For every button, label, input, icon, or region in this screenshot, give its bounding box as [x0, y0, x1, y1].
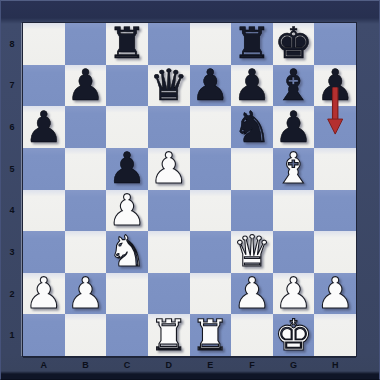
piece-black-pawn[interactable]: ♟ — [314, 65, 356, 107]
square-c1[interactable] — [106, 314, 148, 356]
piece-white-pawn[interactable]: ♟ — [23, 273, 65, 315]
square-g8[interactable]: ♚ — [273, 23, 315, 65]
square-c4[interactable]: ♟ — [106, 190, 148, 232]
square-h7[interactable]: ♟ — [314, 65, 356, 107]
piece-black-rook[interactable]: ♜ — [106, 23, 148, 65]
piece-black-pawn[interactable]: ♟ — [23, 106, 65, 148]
piece-black-bishop[interactable]: ♝ — [273, 65, 315, 107]
square-b7[interactable]: ♟ — [65, 65, 107, 107]
square-e7[interactable]: ♟ — [190, 65, 232, 107]
square-f7[interactable]: ♟ — [231, 65, 273, 107]
piece-black-rook[interactable]: ♜ — [231, 23, 273, 65]
square-h4[interactable] — [314, 190, 356, 232]
square-e3[interactable] — [190, 231, 232, 273]
square-h8[interactable] — [314, 23, 356, 65]
square-b3[interactable] — [65, 231, 107, 273]
square-d7[interactable]: ♛ — [148, 65, 190, 107]
square-c8[interactable]: ♜ — [106, 23, 148, 65]
rank-label-5: 5 — [1, 148, 23, 190]
square-g3[interactable] — [273, 231, 315, 273]
square-d5[interactable]: ♟ — [148, 148, 190, 190]
rank-label-4: 4 — [1, 190, 23, 232]
square-c6[interactable] — [106, 106, 148, 148]
piece-white-pawn[interactable]: ♟ — [65, 273, 107, 315]
piece-black-queen[interactable]: ♛ — [148, 65, 190, 107]
file-label-f: F — [231, 357, 273, 373]
piece-white-knight[interactable]: ♞ — [106, 231, 148, 273]
piece-black-pawn[interactable]: ♟ — [231, 65, 273, 107]
square-g1[interactable]: ♚ — [273, 314, 315, 356]
square-b6[interactable] — [65, 106, 107, 148]
piece-white-pawn[interactable]: ♟ — [231, 273, 273, 315]
square-e2[interactable] — [190, 273, 232, 315]
square-b5[interactable] — [65, 148, 107, 190]
square-g7[interactable]: ♝ — [273, 65, 315, 107]
piece-black-knight[interactable]: ♞ — [231, 106, 273, 148]
file-label-c: C — [106, 357, 148, 373]
square-h1[interactable] — [314, 314, 356, 356]
square-c2[interactable] — [106, 273, 148, 315]
square-d2[interactable] — [148, 273, 190, 315]
file-label-a: A — [23, 357, 65, 373]
square-f8[interactable]: ♜ — [231, 23, 273, 65]
piece-black-pawn[interactable]: ♟ — [273, 106, 315, 148]
square-b1[interactable] — [65, 314, 107, 356]
piece-black-pawn[interactable]: ♟ — [106, 148, 148, 190]
square-a4[interactable] — [23, 190, 65, 232]
square-e8[interactable] — [190, 23, 232, 65]
square-f4[interactable] — [231, 190, 273, 232]
rank-label-7: 7 — [1, 65, 23, 107]
square-c7[interactable] — [106, 65, 148, 107]
piece-white-king[interactable]: ♚ — [273, 314, 315, 356]
piece-white-queen[interactable]: ♛ — [231, 231, 273, 273]
square-a1[interactable] — [23, 314, 65, 356]
rank-label-3: 3 — [1, 231, 23, 273]
square-f5[interactable] — [231, 148, 273, 190]
square-d3[interactable] — [148, 231, 190, 273]
piece-white-rook[interactable]: ♜ — [148, 314, 190, 356]
square-g4[interactable] — [273, 190, 315, 232]
piece-black-king[interactable]: ♚ — [273, 23, 315, 65]
piece-white-pawn[interactable]: ♟ — [148, 148, 190, 190]
square-g5[interactable]: ♝ — [273, 148, 315, 190]
piece-black-pawn[interactable]: ♟ — [65, 65, 107, 107]
piece-black-pawn[interactable]: ♟ — [190, 65, 232, 107]
rank-label-6: 6 — [1, 106, 23, 148]
square-b4[interactable] — [65, 190, 107, 232]
rank-label-2: 2 — [1, 273, 23, 315]
square-a7[interactable] — [23, 65, 65, 107]
square-d8[interactable] — [148, 23, 190, 65]
square-a2[interactable]: ♟ — [23, 273, 65, 315]
square-c5[interactable]: ♟ — [106, 148, 148, 190]
square-e5[interactable] — [190, 148, 232, 190]
square-h5[interactable] — [314, 148, 356, 190]
square-e1[interactable]: ♜ — [190, 314, 232, 356]
chess-board-frame: 87654321 ABCDEFGH ♜♜♚♟♛♟♟♝♟♟♞♟♟♟♝♟♞♛♟♟♟♟… — [0, 0, 380, 380]
file-label-h: H — [314, 357, 356, 373]
square-b8[interactable] — [65, 23, 107, 65]
square-h2[interactable]: ♟ — [314, 273, 356, 315]
piece-white-rook[interactable]: ♜ — [190, 314, 232, 356]
square-f3[interactable]: ♛ — [231, 231, 273, 273]
square-b2[interactable]: ♟ — [65, 273, 107, 315]
file-label-b: B — [65, 357, 107, 373]
piece-white-bishop[interactable]: ♝ — [273, 148, 315, 190]
square-d6[interactable] — [148, 106, 190, 148]
square-g6[interactable]: ♟ — [273, 106, 315, 148]
square-f2[interactable]: ♟ — [231, 273, 273, 315]
square-a5[interactable] — [23, 148, 65, 190]
piece-white-pawn[interactable]: ♟ — [314, 273, 356, 315]
square-f6[interactable]: ♞ — [231, 106, 273, 148]
square-e4[interactable] — [190, 190, 232, 232]
square-h3[interactable] — [314, 231, 356, 273]
square-a8[interactable] — [23, 23, 65, 65]
piece-white-pawn[interactable]: ♟ — [273, 273, 315, 315]
piece-white-pawn[interactable]: ♟ — [106, 190, 148, 232]
square-a3[interactable] — [23, 231, 65, 273]
square-e6[interactable] — [190, 106, 232, 148]
square-c3[interactable]: ♞ — [106, 231, 148, 273]
rank-label-8: 8 — [1, 23, 23, 65]
square-f1[interactable] — [231, 314, 273, 356]
rank-labels: 87654321 — [1, 23, 23, 356]
rank-label-1: 1 — [1, 314, 23, 356]
square-d4[interactable] — [148, 190, 190, 232]
chess-board[interactable]: ♜♜♚♟♛♟♟♝♟♟♞♟♟♟♝♟♞♛♟♟♟♟♟♜♜♚ — [23, 23, 356, 356]
square-h6[interactable] — [314, 106, 356, 148]
square-g2[interactable]: ♟ — [273, 273, 315, 315]
square-a6[interactable]: ♟ — [23, 106, 65, 148]
square-d1[interactable]: ♜ — [148, 314, 190, 356]
